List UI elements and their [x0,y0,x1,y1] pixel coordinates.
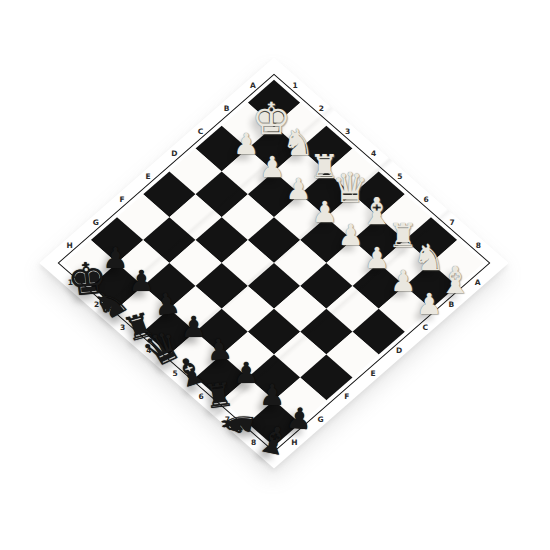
coordinate-label: 3 [342,125,352,135]
white-pawn: ♟ [233,129,259,158]
board-grid: ♚♞♜♛♝♜♞♝♟♟♟♟♟♟♟♟♟♟♟♟♟♟♟♟♚♞♜♛♝♜♞♝ [65,80,484,446]
coordinate-label: E [143,171,153,181]
white-bishop: ♝ [438,261,471,298]
black-pawn: ♟ [259,381,285,410]
white-pawn: ♟ [364,244,390,273]
coordinate-label: C [421,322,431,332]
black-pawn: ♟ [181,312,207,341]
coordinate-label: F [117,194,127,204]
coordinate-label: A [248,79,258,89]
white-pawn: ♟ [390,266,416,295]
coordinate-label: G [91,217,101,227]
coordinate-label: D [170,148,180,158]
coordinate-label: 8 [473,240,483,250]
chess-mat: ♚♞♜♛♝♜♞♝♟♟♟♟♟♟♟♟♟♟♟♟♟♟♟♟♚♞♜♛♝♜♞♝ 11AA22B… [39,58,509,469]
black-pawn: ♟ [102,244,128,273]
black-pawn: ♟ [233,358,259,387]
white-pawn: ♟ [416,289,442,318]
coordinate-label: 4 [368,148,378,158]
coordinate-label: D [395,345,405,355]
coordinate-label: 1 [290,79,300,89]
coordinate-label: G [316,414,326,424]
coordinate-label: 5 [395,171,405,181]
coordinate-label: E [368,368,378,378]
coordinate-label: F [342,391,352,401]
white-pawn: ♟ [338,221,364,250]
white-pawn: ♟ [259,152,285,181]
photo-stage: ♚♞♜♛♝♜♞♝♟♟♟♟♟♟♟♟♟♟♟♟♟♟♟♟♚♞♜♛♝♜♞♝ 11AA22B… [0,0,550,550]
coordinate-label: A [473,276,483,286]
coordinate-label: C [196,125,206,135]
coordinate-label: 6 [421,194,431,204]
coordinate-label: H [65,240,75,250]
white-pawn: ♟ [286,175,312,204]
coordinate-label: B [222,102,232,112]
white-pawn: ♟ [312,198,338,227]
coordinate-label: 2 [316,102,326,112]
black-pawn: ♟ [152,288,182,320]
coordinate-label: 7 [447,217,457,227]
black-pawn: ♟ [205,334,234,365]
